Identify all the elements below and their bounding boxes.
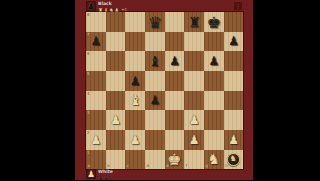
square-d1[interactable]: d — [145, 150, 165, 170]
square-g8[interactable]: ♚ — [204, 12, 224, 32]
bottom-player-bar: ♟ White ♟♟ — [86, 168, 244, 180]
white-knight[interactable]: ♞ — [204, 147, 224, 170]
square-f2[interactable]: ♟ — [184, 130, 204, 150]
square-a4[interactable]: 4 — [86, 91, 106, 111]
square-g4[interactable] — [204, 91, 224, 111]
square-b6[interactable] — [106, 51, 126, 71]
file-label-c: c — [127, 164, 129, 168]
square-c1[interactable]: c — [125, 150, 145, 170]
rank-label-6: 6 — [87, 52, 90, 56]
file-label-f: f — [186, 164, 187, 168]
menu-icon[interactable]: ⋮ — [234, 2, 242, 10]
square-f8[interactable]: ♜ — [184, 12, 204, 32]
white-pawn[interactable]: ♟ — [184, 127, 204, 150]
white-pawn-avatar-icon: ♟ — [87, 169, 95, 179]
square-c8[interactable] — [125, 12, 145, 32]
square-b7[interactable] — [106, 32, 126, 52]
square-c4[interactable]: ♝ — [125, 91, 145, 111]
captured-piece-icon: ♟ — [103, 175, 108, 181]
square-a6[interactable]: 6 — [86, 51, 106, 71]
rank-label-3: 3 — [87, 111, 90, 115]
square-b1[interactable]: b — [106, 150, 126, 170]
square-f6[interactable] — [184, 51, 204, 71]
black-king[interactable]: ♚ — [204, 9, 224, 32]
black-queen[interactable]: ♛ — [145, 9, 165, 32]
square-d6[interactable]: ♝ — [145, 51, 165, 71]
white-pawn[interactable]: ♟ — [125, 127, 145, 150]
square-h5[interactable] — [224, 71, 244, 91]
square-g6[interactable]: ♟ — [204, 51, 224, 71]
rank-label-4: 4 — [87, 92, 90, 96]
square-h1[interactable]: h♞ — [224, 150, 244, 170]
square-e6[interactable]: ♟ — [165, 51, 185, 71]
file-label-a: a — [88, 164, 90, 168]
square-d4[interactable]: ♟ — [145, 91, 165, 111]
black-player-name: Black — [98, 1, 127, 6]
white-captured-pieces: ♟♟ — [98, 175, 113, 181]
square-d8[interactable]: ♛ — [145, 12, 165, 32]
square-b8[interactable] — [106, 12, 126, 32]
chess-board: 8♛♜♚7♟♟6♝♟♟5♟4♝♟3♟♟2♟♟♟♟1abcde♚fg♞h♞ — [86, 12, 243, 169]
white-king[interactable]: ♚ — [165, 147, 185, 170]
square-a2[interactable]: 2♟ — [86, 130, 106, 150]
square-e5[interactable] — [165, 71, 185, 91]
knight-logo-badge: ♞ — [227, 153, 240, 166]
square-g3[interactable] — [204, 110, 224, 130]
square-g1[interactable]: g♞ — [204, 150, 224, 170]
square-f5[interactable] — [184, 71, 204, 91]
square-a5[interactable]: 5 — [86, 71, 106, 91]
square-c7[interactable] — [125, 32, 145, 52]
white-player-avatar: ♟ — [86, 169, 96, 179]
black-pawn[interactable]: ♟ — [145, 88, 165, 111]
white-bishop[interactable]: ♝ — [125, 88, 145, 111]
letterbox-right — [253, 0, 320, 180]
file-label-h: h — [225, 164, 228, 168]
black-pawn[interactable]: ♟ — [224, 29, 244, 52]
white-player-name: White — [98, 169, 113, 174]
letterbox-left — [0, 0, 75, 180]
white-pawn[interactable]: ♟ — [224, 127, 244, 150]
square-b2[interactable] — [106, 130, 126, 150]
black-player-avatar: ♟ — [86, 1, 96, 11]
square-h7[interactable]: ♟ — [224, 32, 244, 52]
file-label-b: b — [107, 164, 110, 168]
black-pawn[interactable]: ♟ — [165, 48, 185, 71]
square-h4[interactable] — [224, 91, 244, 111]
black-bishop[interactable]: ♝ — [145, 48, 165, 71]
square-h6[interactable] — [224, 51, 244, 71]
white-pawn[interactable]: ♟ — [86, 127, 106, 150]
chess-app-screen: ♟ Black ♜♝♞♟ +1 ⋮ 8♛♜♚7♟♟6♝♟♟5♟4♝♟3♟♟2♟♟… — [75, 0, 253, 180]
black-pawn-avatar-icon: ♟ — [87, 1, 95, 11]
square-h2[interactable]: ♟ — [224, 130, 244, 150]
square-g5[interactable] — [204, 71, 224, 91]
black-rook[interactable]: ♜ — [184, 9, 204, 32]
black-pawn[interactable]: ♟ — [86, 29, 106, 52]
square-f7[interactable] — [184, 32, 204, 52]
square-d3[interactable] — [145, 110, 165, 130]
knight-logo-icon: ♞ — [230, 155, 237, 163]
square-a7[interactable]: 7♟ — [86, 32, 106, 52]
square-e4[interactable] — [165, 91, 185, 111]
black-pawn[interactable]: ♟ — [204, 48, 224, 71]
square-a1[interactable]: 1a — [86, 150, 106, 170]
square-e3[interactable] — [165, 110, 185, 130]
square-e8[interactable] — [165, 12, 185, 32]
white-pawn[interactable]: ♟ — [106, 107, 126, 130]
square-f1[interactable]: f — [184, 150, 204, 170]
rank-label-8: 8 — [87, 13, 90, 17]
square-b5[interactable] — [106, 71, 126, 91]
video-frame: ♟ Black ♜♝♞♟ +1 ⋮ 8♛♜♚7♟♟6♝♟♟5♟4♝♟3♟♟2♟♟… — [0, 0, 320, 180]
square-b3[interactable]: ♟ — [106, 110, 126, 130]
square-e1[interactable]: e♚ — [165, 150, 185, 170]
square-c2[interactable]: ♟ — [125, 130, 145, 150]
file-label-d: d — [147, 164, 150, 168]
rank-label-1: 1 — [87, 151, 90, 155]
rank-label-5: 5 — [87, 72, 90, 76]
square-d2[interactable] — [145, 130, 165, 150]
